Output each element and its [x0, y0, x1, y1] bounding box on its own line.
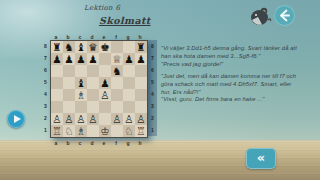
square-g6[interactable] — [123, 65, 135, 77]
file-labels-bottom: abcdefgh — [50, 139, 146, 146]
square-e7[interactable] — [99, 53, 111, 65]
rank-label-2: 2 — [148, 112, 157, 124]
square-f4[interactable] — [111, 89, 123, 101]
rank-label-8: 8 — [42, 40, 49, 52]
file-label-d: d — [86, 139, 98, 146]
square-a2[interactable]: ♙ — [51, 113, 63, 125]
square-g5[interactable] — [123, 77, 135, 89]
square-f8[interactable] — [111, 41, 123, 53]
square-e8[interactable]: ♚ — [99, 41, 111, 53]
page-title: Skolmatt — [99, 15, 151, 26]
file-label-g: g — [122, 33, 134, 40]
file-label-d: d — [86, 33, 98, 40]
dialogue-line: "Visst, guru. Det finns bara en hake ...… — [161, 96, 317, 104]
white-piece-n: ♘ — [64, 125, 73, 137]
rank-label-3: 3 — [42, 100, 49, 112]
rank-label-7: 7 — [148, 52, 157, 64]
rank-labels-right: 87654321 — [148, 40, 157, 136]
file-label-e: e — [98, 139, 110, 146]
dialogue-line: "Just det, men då kan damen komma ner ti… — [161, 73, 317, 81]
square-c8[interactable]: ♝ — [75, 41, 87, 53]
square-g4[interactable] — [123, 89, 135, 101]
rank-label-2: 2 — [42, 112, 49, 124]
square-b2[interactable]: ♙ — [63, 113, 75, 125]
dialogue-line: hur, Ers nåd?!" — [161, 89, 317, 97]
rank-label-6: 6 — [148, 64, 157, 76]
rank-labels-left: 87654321 — [42, 40, 49, 136]
square-f1[interactable] — [111, 125, 123, 137]
square-b4[interactable] — [63, 89, 75, 101]
white-piece-b: ♗ — [76, 125, 85, 137]
square-h6[interactable] — [135, 65, 147, 77]
square-h7[interactable]: ♟ — [135, 53, 147, 65]
black-piece-p: ♟ — [136, 53, 145, 65]
square-c2[interactable]: ♙ — [75, 113, 87, 125]
square-b6[interactable] — [63, 65, 75, 77]
file-label-b: b — [62, 139, 74, 146]
square-e1[interactable]: ♔ — [99, 125, 111, 137]
rank-label-5: 5 — [42, 76, 49, 88]
square-d2[interactable]: ♙ — [87, 113, 99, 125]
black-piece-r: ♜ — [52, 41, 61, 53]
square-e2[interactable] — [99, 113, 111, 125]
black-piece-k: ♚ — [100, 41, 109, 53]
black-piece-p: ♟ — [76, 53, 85, 65]
file-labels-top: abcdefgh — [50, 33, 146, 40]
square-c7[interactable]: ♟ — [75, 53, 87, 65]
square-a4[interactable] — [51, 89, 63, 101]
square-g3[interactable] — [123, 101, 135, 113]
white-piece-p: ♙ — [124, 113, 133, 125]
file-label-b: b — [62, 33, 74, 40]
rank-label-1: 1 — [148, 124, 157, 136]
file-label-f: f — [110, 139, 122, 146]
square-c1[interactable]: ♗ — [75, 125, 87, 137]
square-d5[interactable] — [87, 77, 99, 89]
black-piece-r: ♜ — [136, 41, 145, 53]
black-piece-n: ♞ — [112, 65, 121, 77]
dialogue-line: "Vi väljer 3.Dd1-h5 denna gång. Svart tä… — [161, 45, 317, 53]
square-e4[interactable]: ♙ — [99, 89, 111, 101]
rank-label-7: 7 — [42, 52, 49, 64]
white-piece-r: ♖ — [52, 125, 61, 137]
black-piece-n: ♞ — [64, 41, 73, 53]
black-piece-p: ♟ — [52, 53, 61, 65]
square-c3[interactable] — [75, 101, 87, 113]
file-label-e: e — [98, 33, 110, 40]
file-label-c: c — [74, 33, 86, 40]
white-piece-n: ♘ — [124, 125, 133, 137]
square-b3[interactable] — [63, 101, 75, 113]
white-piece-p: ♙ — [88, 113, 97, 125]
file-label-h: h — [134, 33, 146, 40]
white-piece-p: ♙ — [64, 113, 73, 125]
square-b8[interactable]: ♞ — [63, 41, 75, 53]
rank-label-4: 4 — [42, 88, 49, 100]
black-piece-b: ♝ — [76, 41, 85, 53]
square-f3[interactable] — [111, 101, 123, 113]
square-h2[interactable]: ♙ — [135, 113, 147, 125]
dialogue-line: han ska hota damen med 3...Sg8-f6." — [161, 53, 317, 61]
rank-label-1: 1 — [42, 124, 49, 136]
dialogue-text: "Vi väljer 3.Dd1-h5 denna gång. Svart tä… — [161, 45, 317, 104]
square-e6[interactable] — [99, 65, 111, 77]
square-d7[interactable]: ♟ — [87, 53, 99, 65]
square-f2[interactable]: ♙ — [111, 113, 123, 125]
square-g1[interactable]: ♘ — [123, 125, 135, 137]
rank-label-6: 6 — [42, 64, 49, 76]
square-d4[interactable] — [87, 89, 99, 101]
white-piece-p: ♙ — [76, 113, 85, 125]
square-a7[interactable]: ♟ — [51, 53, 63, 65]
lesson-screen: Lektion 6 Skolmatt abcdefgh 87654321 876… — [0, 0, 320, 180]
square-a3[interactable] — [51, 101, 63, 113]
back-chevrons-icon: « — [257, 150, 265, 165]
dialogue-line: "Precis vad jag gjorde!" — [161, 61, 317, 69]
square-g8[interactable] — [123, 41, 135, 53]
chess-board: ♜♞♝♛♚♜♟♟♟♟♕♟♟♞♝♟♗♙♙♙♙♙♙♙♙♖♘♗♔♘♖ — [50, 40, 148, 138]
square-a8[interactable]: ♜ — [51, 41, 63, 53]
square-d8[interactable]: ♛ — [87, 41, 99, 53]
square-h8[interactable]: ♜ — [135, 41, 147, 53]
white-piece-p: ♙ — [136, 113, 145, 125]
square-h5[interactable] — [135, 77, 147, 89]
square-a1[interactable]: ♖ — [51, 125, 63, 137]
square-c6[interactable] — [75, 65, 87, 77]
white-piece-p: ♙ — [100, 89, 109, 101]
square-a5[interactable] — [51, 77, 63, 89]
file-label-a: a — [50, 139, 62, 146]
black-piece-p: ♟ — [100, 77, 109, 89]
file-label-g: g — [122, 139, 134, 146]
square-e5[interactable]: ♟ — [99, 77, 111, 89]
black-piece-b: ♝ — [76, 77, 85, 89]
lesson-number: Lektion 6 — [84, 4, 120, 12]
file-label-h: h — [134, 139, 146, 146]
square-h3[interactable] — [135, 101, 147, 113]
black-piece-q: ♛ — [88, 41, 97, 53]
square-c4[interactable]: ♗ — [75, 89, 87, 101]
white-piece-k: ♔ — [100, 125, 109, 137]
white-piece-q: ♕ — [112, 53, 121, 65]
rank-label-5: 5 — [148, 76, 157, 88]
undo-button[interactable] — [274, 5, 295, 26]
square-f7[interactable]: ♕ — [111, 53, 123, 65]
white-piece-b: ♗ — [76, 89, 85, 101]
square-h1[interactable]: ♖ — [135, 125, 147, 137]
dialogue-line: göra schack och matt med 4.Dh5xf7. Smart… — [161, 81, 317, 89]
black-piece-p: ♟ — [64, 53, 73, 65]
square-h4[interactable] — [135, 89, 147, 101]
white-piece-p: ♙ — [112, 113, 121, 125]
square-b1[interactable]: ♘ — [63, 125, 75, 137]
square-e3[interactable] — [99, 101, 111, 113]
file-label-a: a — [50, 33, 62, 40]
rank-label-4: 4 — [148, 88, 157, 100]
play-icon — [14, 115, 21, 123]
play-button[interactable] — [7, 110, 25, 128]
square-d3[interactable] — [87, 101, 99, 113]
square-a6[interactable] — [51, 65, 63, 77]
square-d6[interactable] — [87, 65, 99, 77]
square-d1[interactable] — [87, 125, 99, 137]
rank-label-3: 3 — [148, 100, 157, 112]
file-label-c: c — [74, 139, 86, 146]
square-c5[interactable]: ♝ — [75, 77, 87, 89]
file-label-f: f — [110, 33, 122, 40]
square-f6[interactable]: ♞ — [111, 65, 123, 77]
square-f5[interactable] — [111, 77, 123, 89]
rank-label-8: 8 — [148, 40, 157, 52]
white-piece-r: ♖ — [136, 125, 145, 137]
back-button[interactable]: « — [246, 148, 276, 169]
black-piece-p: ♟ — [124, 53, 133, 65]
square-g7[interactable]: ♟ — [123, 53, 135, 65]
square-b7[interactable]: ♟ — [63, 53, 75, 65]
rat-mascot-icon[interactable] — [248, 4, 272, 28]
square-b5[interactable] — [63, 77, 75, 89]
white-piece-p: ♙ — [52, 113, 61, 125]
black-piece-p: ♟ — [88, 53, 97, 65]
square-g2[interactable]: ♙ — [123, 113, 135, 125]
